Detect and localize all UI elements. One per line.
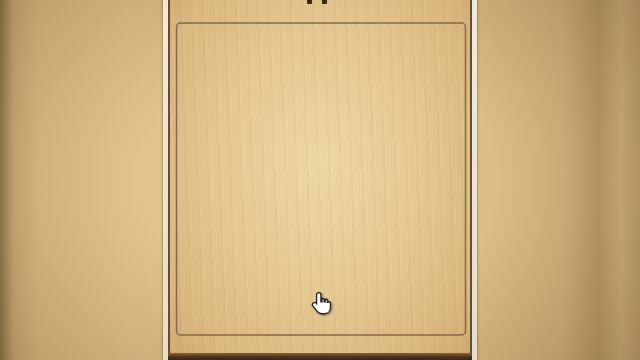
clipped-top-text-mark — [307, 0, 312, 4]
clipped-top-text-mark — [322, 0, 327, 4]
xiangqi-board[interactable] — [163, 0, 477, 360]
board-outer-frame — [177, 23, 466, 335]
hand-cursor-icon — [311, 291, 333, 317]
board-bottom-band — [168, 353, 472, 360]
